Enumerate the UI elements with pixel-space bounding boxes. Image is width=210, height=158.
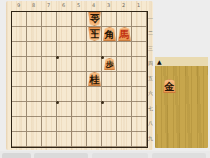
- rank-label: 五: [147, 71, 154, 86]
- shogi-diagram: 金玉角馬歩桂 987654321 一二三四五六七八九 ▲ 金: [0, 0, 210, 158]
- cropped-toolbar: [0, 151, 210, 158]
- rank-label: 七: [147, 101, 154, 116]
- shogi-board: 金玉角馬歩桂: [6, 1, 153, 150]
- file-label: 7: [41, 1, 56, 10]
- rank-label: 三: [147, 41, 154, 56]
- shogi-piece-gote[interactable]: 金: [88, 12, 101, 26]
- hand-tray-header: ▲: [155, 57, 208, 66]
- rank-labels: 一二三四五六七八九: [147, 11, 154, 146]
- file-label: 8: [26, 1, 41, 10]
- hand-piece[interactable]: 金: [163, 79, 176, 93]
- pieces-layer: 金玉角馬歩桂: [11, 11, 148, 148]
- rank-label: 一: [147, 11, 154, 26]
- rank-label: 六: [147, 86, 154, 101]
- file-label: 6: [56, 1, 71, 10]
- toolbar-button[interactable]: [92, 153, 148, 158]
- toolbar-button[interactable]: [34, 153, 88, 158]
- sente-hand-tray[interactable]: ▲ 金: [155, 57, 208, 148]
- file-label: 1: [131, 1, 146, 10]
- rank-label: 四: [147, 56, 154, 71]
- file-label: 3: [101, 1, 116, 10]
- toolbar-button[interactable]: [152, 153, 206, 158]
- toolbar-button[interactable]: [2, 153, 31, 158]
- rank-label: 二: [147, 26, 154, 41]
- file-label: 5: [71, 1, 86, 10]
- shogi-piece-gote[interactable]: 玉: [88, 27, 101, 41]
- shogi-piece-sente[interactable]: 馬: [118, 27, 131, 41]
- file-labels: 987654321: [11, 1, 146, 10]
- shogi-piece-sente[interactable]: 角: [103, 27, 116, 41]
- file-label: 4: [86, 1, 101, 10]
- rank-label: 八: [147, 116, 154, 131]
- file-label: 9: [11, 1, 26, 10]
- shogi-piece-sente[interactable]: 歩: [104, 58, 115, 70]
- rank-label: 九: [147, 131, 154, 146]
- sente-triangle-icon: ▲: [157, 57, 162, 66]
- shogi-piece-sente[interactable]: 桂: [88, 72, 101, 86]
- file-label: 2: [116, 1, 131, 10]
